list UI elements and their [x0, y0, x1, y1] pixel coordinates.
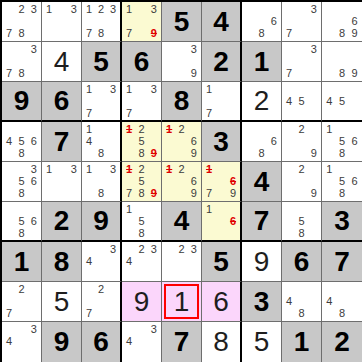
candidates: 2378 — [2, 2, 41, 41]
candidate: 8 — [295, 308, 307, 320]
candidate-crossed: 1 — [163, 163, 175, 175]
cell-r9c3[interactable]: 6 — [82, 322, 122, 362]
candidate: 3 — [107, 3, 119, 15]
given-digit: 9 — [82, 202, 120, 240]
candidates: 2691 — [162, 122, 201, 161]
cell-r1c1[interactable]: 2378 — [2, 2, 42, 42]
cell-r7c6[interactable]: 5 — [202, 242, 242, 282]
given-digit: 1 — [282, 322, 321, 362]
cell-r2c1[interactable]: 378 — [2, 42, 42, 82]
candidates: 3568 — [2, 162, 41, 201]
candidate-crossed: 9 — [148, 148, 160, 160]
cell-r8c7[interactable]: 3 — [242, 282, 282, 322]
cell-r9c2[interactable]: 9 — [42, 322, 82, 362]
candidate: 8 — [255, 28, 267, 40]
given-digit: 4 — [162, 202, 201, 240]
candidate: 8 — [255, 148, 267, 160]
cell-r1c4[interactable]: 1379 — [122, 2, 162, 42]
cell-r6c9[interactable]: 3 — [322, 202, 362, 242]
cell-r1c3[interactable]: 12378 — [82, 2, 122, 42]
candidate: 3 — [107, 243, 119, 255]
given-digit: 7 — [162, 322, 201, 362]
candidate: 1 — [43, 163, 55, 175]
candidate: 3 — [107, 83, 119, 95]
candidate: 3 — [28, 323, 40, 336]
candidate: 2 — [135, 163, 147, 175]
entered-digit: 2 — [242, 82, 281, 120]
candidates: 138 — [82, 162, 120, 201]
cell-r7c4[interactable]: 234 — [122, 242, 162, 282]
candidate: 1 — [83, 163, 95, 175]
cell-r3c2[interactable]: 6 — [42, 82, 82, 122]
cell-r7c2[interactable]: 8 — [42, 242, 82, 282]
candidate: 4 — [83, 255, 95, 267]
cell-r4c9[interactable]: 1568 — [322, 122, 362, 162]
given-digit: 8 — [162, 82, 201, 120]
candidates: 234 — [122, 242, 161, 281]
cell-r6c2[interactable]: 2 — [42, 202, 82, 242]
candidate: 4 — [283, 295, 295, 307]
given-digit: 7 — [322, 242, 362, 281]
candidate: 5 — [336, 175, 349, 187]
candidate: 7 — [83, 308, 95, 320]
cell-r5c4[interactable]: 257819 — [122, 162, 162, 202]
cell-r6c1[interactable]: 568 — [2, 202, 42, 242]
candidate: 5 — [295, 215, 307, 227]
cell-r2c2[interactable]: 4 — [42, 42, 82, 82]
given-digit: 3 — [202, 122, 240, 161]
candidate: 1 — [43, 3, 55, 15]
cell-r8c8[interactable]: 48 — [282, 282, 322, 322]
candidate: 7 — [3, 308, 15, 320]
cell-r9c5[interactable]: 7 — [162, 322, 202, 362]
candidate: 2 — [15, 283, 27, 295]
cell-r5c5[interactable]: 2691 — [162, 162, 202, 202]
cell-r5c9[interactable]: 1568 — [322, 162, 362, 202]
candidate: 1 — [203, 83, 215, 95]
cell-r5c8[interactable]: 29 — [282, 162, 322, 202]
candidate: 2 — [295, 163, 307, 175]
cell-r8c2[interactable]: 5 — [42, 282, 82, 322]
candidate: 7 — [3, 28, 15, 40]
given-digit: 8 — [42, 242, 81, 281]
candidates: 27 — [82, 282, 120, 321]
candidate: 8 — [336, 188, 349, 200]
candidate-crossed: 1 — [203, 163, 215, 175]
cell-r6c7[interactable]: 7 — [242, 202, 282, 242]
candidates: 45 — [322, 82, 362, 120]
candidate: 5 — [15, 215, 27, 227]
candidate: 4 — [123, 255, 135, 267]
candidate: 5 — [295, 95, 307, 107]
cell-r3c5[interactable]: 8 — [162, 82, 202, 122]
candidate: 2 — [95, 283, 107, 295]
given-digit: 7 — [242, 202, 281, 240]
candidate: 4 — [323, 95, 336, 107]
entered-digit: 8 — [202, 322, 240, 362]
candidate: 8 — [336, 68, 349, 80]
given-digit: 6 — [282, 242, 321, 281]
given-digit: 2 — [322, 322, 362, 362]
candidate: 5 — [336, 95, 349, 107]
given-digit: 4 — [242, 162, 281, 201]
candidates: 16 — [202, 202, 240, 240]
cell-r8c5[interactable]: 1 — [162, 282, 202, 322]
cell-r6c8[interactable]: 58 — [282, 202, 322, 242]
candidate: 3 — [107, 163, 119, 175]
cell-r5c7[interactable]: 4 — [242, 162, 282, 202]
candidate: 2 — [135, 123, 147, 135]
candidate: 9 — [308, 148, 320, 160]
given-digit: 9 — [2, 82, 41, 120]
cell-r1c9[interactable]: 689 — [322, 2, 362, 42]
candidate: 8 — [15, 227, 27, 239]
candidates: 68 — [242, 2, 281, 41]
candidate: 8 — [336, 28, 349, 40]
candidates: 689 — [322, 2, 362, 41]
candidate: 9 — [227, 188, 239, 200]
candidate: 4 — [3, 135, 15, 147]
candidate: 2 — [135, 243, 147, 255]
candidate: 8 — [95, 148, 107, 160]
cell-r6c5[interactable]: 4 — [162, 202, 202, 242]
given-digit: 5 — [202, 242, 240, 281]
given-digit: 2 — [42, 202, 81, 240]
given-digit: 5 — [82, 42, 120, 81]
given-digit: 2 — [202, 42, 240, 81]
candidate: 1 — [83, 3, 95, 15]
entered-digit: 1 — [162, 282, 201, 321]
cell-r4c8[interactable]: 29 — [282, 122, 322, 162]
candidate: 1 — [123, 83, 135, 95]
candidates: 1379 — [122, 2, 161, 41]
candidate: 3 — [28, 43, 40, 55]
cell-r3c7[interactable]: 2 — [242, 82, 282, 122]
cell-r6c4[interactable]: 158 — [122, 202, 162, 242]
cell-r2c4[interactable]: 6 — [122, 42, 162, 82]
candidate: 2 — [295, 123, 307, 135]
candidates: 158 — [122, 202, 161, 240]
given-digit: 6 — [82, 322, 120, 362]
candidate: 8 — [295, 227, 307, 239]
candidates: 17 — [202, 82, 240, 120]
candidates: 12378 — [82, 2, 120, 41]
candidate: 9 — [188, 148, 200, 160]
candidates: 257819 — [122, 162, 161, 201]
cell-r2c7[interactable]: 1 — [242, 42, 282, 82]
candidates: 1568 — [322, 122, 362, 161]
candidates: 7916 — [202, 162, 240, 201]
candidate: 1 — [323, 123, 336, 135]
candidate: 6 — [348, 135, 361, 147]
candidate-crossed: 1 — [123, 163, 135, 175]
candidate: 7 — [83, 28, 95, 40]
candidate-crossed: 1 — [163, 123, 175, 135]
candidates: 34 — [82, 242, 120, 281]
candidate: 7 — [203, 188, 215, 200]
candidate: 9 — [308, 188, 320, 200]
candidate: 7 — [123, 188, 135, 200]
given-digit: 9 — [42, 322, 81, 362]
candidates: 37 — [282, 2, 321, 41]
given-digit: 6 — [122, 42, 161, 81]
candidate: 1 — [123, 3, 135, 15]
cell-r3c6[interactable]: 17 — [202, 82, 242, 122]
candidate: 5 — [336, 135, 349, 147]
candidate: 3 — [308, 3, 320, 15]
candidates: 45 — [282, 82, 321, 120]
candidate: 8 — [15, 68, 27, 80]
candidate: 8 — [336, 308, 349, 320]
candidate: 8 — [15, 28, 27, 40]
candidate: 6 — [268, 135, 280, 147]
candidate: 3 — [308, 43, 320, 55]
cell-r9c6[interactable]: 8 — [202, 322, 242, 362]
cell-r2c6[interactable]: 2 — [202, 42, 242, 82]
cell-r8c1[interactable]: 27 — [2, 282, 42, 322]
candidate: 1 — [123, 203, 135, 215]
candidate: 5 — [15, 135, 27, 147]
candidate: 3 — [148, 243, 160, 255]
candidates: 137 — [82, 82, 120, 120]
sudoku-board: 2378131237813795468376893784563921378996… — [0, 0, 362, 362]
cell-r7c1[interactable]: 1 — [2, 242, 42, 282]
entered-digit: 9 — [242, 242, 281, 281]
cell-r6c6[interactable]: 16 — [202, 202, 242, 242]
cell-r2c8[interactable]: 37 — [282, 42, 322, 82]
candidates: 148 — [82, 122, 120, 161]
entered-digit: 4 — [42, 42, 81, 81]
candidate: 8 — [95, 28, 107, 40]
given-digit: 1 — [2, 242, 41, 281]
candidate: 3 — [188, 43, 200, 55]
candidate: 5 — [135, 215, 147, 227]
cell-r4c3[interactable]: 148 — [82, 122, 122, 162]
candidates: 1568 — [322, 162, 362, 201]
candidate: 3 — [68, 163, 80, 175]
cell-r8c4[interactable]: 9 — [122, 282, 162, 322]
candidate-crossed: 1 — [123, 123, 135, 135]
cell-r4c7[interactable]: 68 — [242, 122, 282, 162]
cell-r8c9[interactable]: 48 — [322, 282, 362, 322]
candidate: 6 — [188, 175, 200, 187]
candidate: 4 — [3, 336, 15, 349]
cell-r9c4[interactable]: 34 — [122, 322, 162, 362]
cell-r7c5[interactable]: 23 — [162, 242, 202, 282]
candidate: 5 — [15, 175, 27, 187]
candidate: 9 — [348, 28, 361, 40]
candidates: 4568 — [2, 122, 41, 161]
entered-digit: 6 — [202, 282, 240, 321]
candidates: 25819 — [122, 122, 161, 161]
cell-r8c6[interactable]: 6 — [202, 282, 242, 322]
given-digit: 7 — [42, 122, 81, 161]
candidate: 8 — [336, 148, 349, 160]
given-digit: 6 — [42, 82, 81, 120]
candidate: 3 — [148, 83, 160, 95]
candidate: 2 — [15, 3, 27, 15]
candidate: 8 — [15, 148, 27, 160]
candidates: 29 — [282, 122, 321, 161]
candidate: 1 — [323, 163, 336, 175]
cell-r2c9[interactable]: 89 — [322, 42, 362, 82]
candidates: 39 — [162, 42, 201, 81]
candidate: 7 — [3, 68, 15, 80]
candidate: 6 — [268, 15, 280, 27]
cell-r7c8[interactable]: 6 — [282, 242, 322, 282]
cell-r1c6[interactable]: 4 — [202, 2, 242, 42]
candidate: 7 — [123, 107, 135, 119]
cell-r4c4[interactable]: 25819 — [122, 122, 162, 162]
candidate: 7 — [283, 68, 295, 80]
cell-r2c5[interactable]: 39 — [162, 42, 202, 82]
cell-r1c7[interactable]: 68 — [242, 2, 282, 42]
candidate: 7 — [123, 28, 135, 40]
cell-r5c2[interactable]: 13 — [42, 162, 82, 202]
candidate-crossed: 6 — [227, 175, 239, 187]
cell-r4c2[interactable]: 7 — [42, 122, 82, 162]
entered-digit: 5 — [42, 282, 81, 321]
cell-r7c7[interactable]: 9 — [242, 242, 282, 282]
candidate-crossed: 9 — [148, 188, 160, 200]
candidates: 34 — [122, 322, 161, 362]
cell-r4c5[interactable]: 2691 — [162, 122, 202, 162]
given-digit: 1 — [242, 42, 281, 81]
candidate: 2 — [175, 123, 187, 135]
cell-r9c7[interactable]: 5 — [242, 322, 282, 362]
candidate: 8 — [135, 148, 147, 160]
cell-r7c3[interactable]: 34 — [82, 242, 122, 282]
candidate: 6 — [188, 135, 200, 147]
cell-r4c6[interactable]: 3 — [202, 122, 242, 162]
candidates: 13 — [42, 2, 81, 41]
candidate: 8 — [135, 188, 147, 200]
candidate: 8 — [15, 188, 27, 200]
candidate: 4 — [283, 95, 295, 107]
cell-r8c3[interactable]: 27 — [82, 282, 122, 322]
candidate: 3 — [148, 323, 160, 336]
candidate: 8 — [135, 227, 147, 239]
candidates: 13 — [42, 162, 81, 201]
candidate: 7 — [83, 107, 95, 119]
candidate: 7 — [203, 107, 215, 119]
candidate: 3 — [28, 3, 40, 15]
candidates: 378 — [2, 42, 41, 81]
candidate: 1 — [203, 203, 215, 215]
cell-r9c8[interactable]: 1 — [282, 322, 322, 362]
given-digit: 3 — [242, 282, 281, 321]
candidate: 5 — [135, 175, 147, 187]
cell-r2c3[interactable]: 5 — [82, 42, 122, 82]
candidate-crossed: 9 — [148, 28, 160, 40]
candidate-crossed: 6 — [227, 215, 239, 227]
cell-r5c6[interactable]: 7916 — [202, 162, 242, 202]
candidates: 89 — [322, 42, 362, 81]
candidate: 6 — [28, 215, 40, 227]
entered-digit: 9 — [122, 282, 161, 321]
candidates: 2691 — [162, 162, 201, 201]
candidate: 1 — [83, 123, 95, 135]
candidate: 3 — [68, 3, 80, 15]
cell-r3c1[interactable]: 9 — [2, 82, 42, 122]
candidate: 5 — [135, 135, 147, 147]
cell-r3c4[interactable]: 137 — [122, 82, 162, 122]
candidate: 6 — [28, 175, 40, 187]
candidate: 6 — [348, 175, 361, 187]
candidate: 2 — [175, 163, 187, 175]
cell-r5c3[interactable]: 138 — [82, 162, 122, 202]
candidate: 3 — [28, 163, 40, 175]
candidate: 6 — [28, 135, 40, 147]
candidates: 568 — [2, 202, 41, 240]
candidates: 68 — [242, 122, 281, 161]
given-digit: 4 — [202, 2, 240, 41]
candidate: 4 — [123, 336, 135, 349]
cell-r7c9[interactable]: 7 — [322, 242, 362, 282]
given-digit: 3 — [322, 202, 362, 240]
candidate: 3 — [188, 243, 200, 255]
candidates: 137 — [122, 82, 161, 120]
cell-r1c5[interactable]: 5 — [162, 2, 202, 42]
candidate: 6 — [348, 15, 361, 27]
cell-r9c9[interactable]: 2 — [322, 322, 362, 362]
candidates: 27 — [2, 282, 41, 321]
candidates: 37 — [282, 42, 321, 81]
candidates: 29 — [282, 162, 321, 201]
cell-r6c3[interactable]: 9 — [82, 202, 122, 242]
given-digit: 5 — [162, 2, 201, 41]
cell-r1c8[interactable]: 37 — [282, 2, 322, 42]
cell-r1c2[interactable]: 13 — [42, 2, 82, 42]
candidates: 23 — [162, 242, 201, 281]
candidate: 4 — [323, 295, 336, 307]
candidate: 2 — [95, 3, 107, 15]
candidate: 9 — [188, 188, 200, 200]
candidate: 7 — [283, 28, 295, 40]
candidate: 1 — [83, 83, 95, 95]
candidate: 2 — [175, 243, 187, 255]
candidates: 48 — [282, 282, 321, 321]
candidates: 48 — [322, 282, 362, 321]
candidate: 9 — [348, 68, 361, 80]
cell-r5c1[interactable]: 3568 — [2, 162, 42, 202]
candidates: 34 — [2, 322, 41, 362]
cell-r4c1[interactable]: 4568 — [2, 122, 42, 162]
candidate: 4 — [83, 135, 95, 147]
candidate: 8 — [95, 188, 107, 200]
candidates: 58 — [282, 202, 321, 240]
candidate: 9 — [188, 68, 200, 80]
cell-r3c9[interactable]: 45 — [322, 82, 362, 122]
entered-digit: 5 — [242, 322, 281, 362]
cell-r3c3[interactable]: 137 — [82, 82, 122, 122]
cell-r9c1[interactable]: 34 — [2, 322, 42, 362]
cell-r3c8[interactable]: 45 — [282, 82, 322, 122]
candidate: 3 — [148, 3, 160, 15]
